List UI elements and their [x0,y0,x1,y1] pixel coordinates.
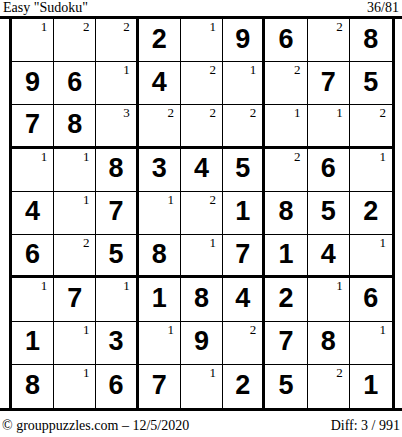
given-digit: 6 [278,26,293,53]
pencil-mark: 1 [167,192,174,207]
cell-r5c3[interactable]: 7 [96,192,138,235]
pencil-mark: 2 [167,105,174,120]
cell-r9c5[interactable]: 1 [181,365,223,408]
cell-r6c7[interactable]: 1 [265,235,307,278]
given-digit: 4 [321,241,336,268]
cell-r4c7[interactable]: 2 [265,149,307,192]
given-digit: 7 [152,372,167,399]
cell-r7c8[interactable]: 1 [308,278,350,321]
cell-r2c5[interactable]: 2 [181,62,223,105]
given-digit: 6 [321,155,336,182]
pencil-mark: 1 [167,322,174,337]
cell-r1c7[interactable]: 6 [265,19,307,62]
given-digit: 2 [235,372,250,399]
given-digit: 4 [25,198,40,225]
cell-r4c6[interactable]: 5 [223,149,265,192]
given-digit: 6 [67,69,82,96]
pencil-mark: 2 [294,62,301,77]
given-digit: 8 [152,241,167,268]
cell-r2c2[interactable]: 6 [54,62,96,105]
cell-r3c6[interactable]: 2 [223,105,265,148]
cell-r4c5[interactable]: 4 [181,149,223,192]
cell-r9c9[interactable]: 1 [350,365,392,408]
cell-r4c2[interactable]: 1 [54,149,96,192]
pencil-mark: 3 [123,105,130,120]
given-digit: 5 [109,241,124,268]
pencil-mark: 1 [336,105,343,120]
cell-r7c2[interactable]: 7 [54,278,96,321]
pencil-mark: 1 [379,322,386,337]
given-digit: 8 [321,328,336,355]
cell-r9c3[interactable]: 6 [96,365,138,408]
bottom-rule [0,408,402,411]
cell-r8c4[interactable]: 1 [139,322,181,365]
cell-r5c1[interactable]: 4 [12,192,54,235]
cell-r7c7[interactable]: 2 [265,278,307,321]
cell-r5c4[interactable]: 1 [139,192,181,235]
difficulty-text: Diff: 3 / 991 [331,418,400,434]
cell-r8c3[interactable]: 3 [96,322,138,365]
cell-r8c1[interactable]: 1 [12,322,54,365]
cell-r9c6[interactable]: 2 [223,365,265,408]
cell-r6c2[interactable]: 2 [54,235,96,278]
given-digit: 3 [152,155,167,182]
given-digit: 7 [235,241,250,268]
cell-r5c7[interactable]: 8 [265,192,307,235]
given-digit: 2 [363,198,378,225]
cell-r1c6[interactable]: 9 [223,19,265,62]
pencil-mark: 2 [210,192,217,207]
cell-r9c2[interactable]: 1 [54,365,96,408]
given-digit: 5 [321,198,336,225]
cell-r8c9[interactable]: 1 [350,322,392,365]
cell-r6c6[interactable]: 7 [223,235,265,278]
cell-r7c3[interactable]: 1 [96,278,138,321]
pencil-mark: 1 [123,278,130,293]
cell-r8c8[interactable]: 8 [308,322,350,365]
cell-r7c9[interactable]: 6 [350,278,392,321]
pencil-mark: 1 [83,365,90,380]
cell-r4c9[interactable]: 1 [350,149,392,192]
pencil-mark: 1 [210,19,217,34]
cell-r1c3[interactable]: 2 [96,19,138,62]
given-digit: 1 [152,285,167,312]
cell-r3c5[interactable]: 2 [181,105,223,148]
cell-r7c4[interactable]: 1 [139,278,181,321]
pencil-mark: 1 [123,62,130,77]
given-digit: 6 [25,241,40,268]
cell-r7c6[interactable]: 4 [223,278,265,321]
pencil-mark: 1 [294,105,301,120]
cell-r2c6[interactable]: 1 [223,62,265,105]
cell-r5c8[interactable]: 5 [308,192,350,235]
pencil-mark: 2 [379,105,386,120]
cell-r3c8[interactable]: 1 [308,105,350,148]
cell-r8c7[interactable]: 7 [265,322,307,365]
given-digit: 8 [363,26,378,53]
page-title: Easy "Sudoku" [3,0,88,16]
pencil-mark: 1 [41,149,48,164]
given-digit: 4 [235,285,250,312]
cell-r2c9[interactable]: 5 [350,62,392,105]
pencil-mark: 2 [294,149,301,164]
given-digit: 2 [152,26,167,53]
pencil-mark: 1 [41,278,48,293]
cell-r3c7[interactable]: 1 [265,105,307,148]
pencil-mark: 2 [83,19,90,34]
pencil-mark: 1 [210,235,217,250]
pencil-mark: 2 [250,105,257,120]
cell-r5c2[interactable]: 1 [54,192,96,235]
given-digit: 5 [235,155,250,182]
cell-r1c5[interactable]: 1 [181,19,223,62]
cell-r3c9[interactable]: 2 [350,105,392,148]
given-digit: 9 [194,328,209,355]
given-digit: 7 [109,198,124,225]
given-digit: 8 [194,285,209,312]
cell-r9c8[interactable]: 2 [308,365,350,408]
given-digit: 7 [278,328,293,355]
given-digit: 1 [278,241,293,268]
cell-r8c6[interactable]: 2 [223,322,265,365]
cell-r4c8[interactable]: 6 [308,149,350,192]
given-digit: 4 [152,69,167,96]
pencil-mark: 1 [379,149,386,164]
given-digit: 5 [363,69,378,96]
cell-r6c5[interactable]: 1 [181,235,223,278]
pencil-mark: 1 [83,149,90,164]
pencil-mark: 1 [210,365,217,380]
cell-r9c7[interactable]: 5 [265,365,307,408]
pencil-mark: 1 [250,62,257,77]
cell-r1c2[interactable]: 2 [54,19,96,62]
given-digit: 3 [109,328,124,355]
cell-r6c4[interactable]: 8 [139,235,181,278]
pencil-mark: 1 [41,19,48,34]
cell-r7c1[interactable]: 1 [12,278,54,321]
cell-r5c6[interactable]: 1 [223,192,265,235]
cell-r1c1[interactable]: 1 [12,19,54,62]
cell-r1c9[interactable]: 8 [350,19,392,62]
pencil-mark: 1 [83,192,90,207]
pencil-mark: 2 [210,105,217,120]
cell-r3c4[interactable]: 2 [139,105,181,148]
cell-r7c5[interactable]: 8 [181,278,223,321]
cell-r2c7[interactable]: 2 [265,62,307,105]
given-digit: 9 [235,26,250,53]
pencil-mark: 2 [83,235,90,250]
pencil-mark: 1 [336,278,343,293]
cell-r9c4[interactable]: 7 [139,365,181,408]
given-digit: 7 [25,111,40,138]
cell-r4c3[interactable]: 8 [96,149,138,192]
puzzle-page: Easy "Sudoku" 36/81 12221962896142127578… [0,0,402,437]
cell-r6c3[interactable]: 5 [96,235,138,278]
cell-r6c9[interactable]: 1 [350,235,392,278]
given-digit: 1 [25,328,40,355]
pencil-mark: 2 [250,322,257,337]
cell-r3c3[interactable]: 3 [96,105,138,148]
given-digit: 2 [278,285,293,312]
given-digit: 8 [109,155,124,182]
given-digit: 1 [235,198,250,225]
pencil-mark: 1 [379,235,386,250]
given-digit: 8 [25,372,40,399]
given-digit: 6 [363,285,378,312]
cell-r6c8[interactable]: 4 [308,235,350,278]
cell-r5c9[interactable]: 2 [350,192,392,235]
given-digit: 8 [67,111,82,138]
cell-r1c4[interactable]: 2 [139,19,181,62]
sudoku-board: 1222196289614212757832221121183452614171… [9,19,395,408]
cell-r8c5[interactable]: 9 [181,322,223,365]
cell-r4c4[interactable]: 3 [139,149,181,192]
cell-r4c1[interactable]: 1 [12,149,54,192]
given-digit: 7 [321,69,336,96]
pencil-mark: 1 [83,322,90,337]
cell-r1c8[interactable]: 2 [308,19,350,62]
given-digit: 8 [278,198,293,225]
cell-counter: 36/81 [367,0,399,16]
given-digit: 4 [194,155,209,182]
cell-r2c1[interactable]: 9 [12,62,54,105]
given-digit: 6 [109,372,124,399]
cell-r8c2[interactable]: 1 [54,322,96,365]
cell-r9c1[interactable]: 8 [12,365,54,408]
cell-r2c4[interactable]: 4 [139,62,181,105]
given-digit: 9 [25,69,40,96]
cell-r5c5[interactable]: 2 [181,192,223,235]
pencil-mark: 2 [210,62,217,77]
cell-r2c8[interactable]: 7 [308,62,350,105]
pencil-mark: 2 [336,365,343,380]
copyright-text: © grouppuzzles.com – 12/5/2020 [2,418,189,434]
cell-r2c3[interactable]: 1 [96,62,138,105]
given-digit: 1 [363,372,378,399]
cell-r3c2[interactable]: 8 [54,105,96,148]
given-digit: 5 [278,372,293,399]
given-digit: 7 [67,285,82,312]
cell-r3c1[interactable]: 7 [12,105,54,148]
cell-r6c1[interactable]: 6 [12,235,54,278]
pencil-mark: 2 [336,19,343,34]
pencil-mark: 2 [123,19,130,34]
